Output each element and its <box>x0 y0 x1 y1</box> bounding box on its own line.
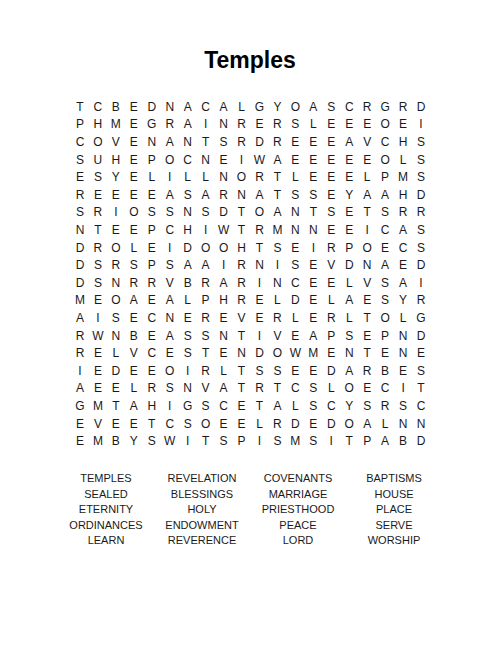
grid-cell[interactable]: H <box>233 239 251 257</box>
grid-cell[interactable]: E <box>340 221 358 239</box>
grid-cell[interactable]: R <box>376 397 394 415</box>
grid-cell[interactable]: G <box>412 309 430 327</box>
grid-cell[interactable]: E <box>304 415 322 433</box>
grid-cell[interactable]: N <box>340 344 358 362</box>
grid-cell[interactable]: E <box>358 116 376 134</box>
grid-cell[interactable]: T <box>233 362 251 380</box>
grid-cell[interactable]: A <box>125 292 143 310</box>
grid-cell[interactable]: E <box>322 151 340 169</box>
grid-cell[interactable]: E <box>143 292 161 310</box>
grid-cell[interactable]: A <box>71 380 89 398</box>
grid-cell[interactable]: L <box>179 292 197 310</box>
grid-cell[interactable]: N <box>268 274 286 292</box>
grid-cell[interactable]: V <box>197 380 215 398</box>
grid-cell[interactable]: P <box>197 292 215 310</box>
grid-cell[interactable]: H <box>215 292 233 310</box>
grid-cell[interactable]: O <box>107 239 125 257</box>
grid-cell[interactable]: A <box>394 221 412 239</box>
grid-cell[interactable]: M <box>394 168 412 186</box>
grid-cell[interactable]: E <box>143 186 161 204</box>
grid-cell[interactable]: O <box>197 415 215 433</box>
grid-cell[interactable]: S <box>376 292 394 310</box>
grid-cell[interactable]: A <box>179 116 197 134</box>
grid-cell[interactable]: N <box>394 415 412 433</box>
grid-cell[interactable]: R <box>197 274 215 292</box>
grid-cell[interactable]: V <box>358 133 376 151</box>
grid-cell[interactable]: R <box>268 133 286 151</box>
grid-cell[interactable]: P <box>376 327 394 345</box>
grid-cell[interactable]: N <box>161 98 179 116</box>
grid-cell[interactable]: L <box>286 309 304 327</box>
grid-cell[interactable]: A <box>125 397 143 415</box>
grid-cell[interactable]: E <box>125 362 143 380</box>
grid-cell[interactable]: E <box>304 133 322 151</box>
grid-cell[interactable]: E <box>143 327 161 345</box>
grid-cell[interactable]: T <box>358 309 376 327</box>
grid-cell[interactable]: B <box>179 274 197 292</box>
grid-cell[interactable]: V <box>107 133 125 151</box>
grid-cell[interactable]: E <box>251 116 269 134</box>
grid-cell[interactable]: G <box>376 98 394 116</box>
grid-cell[interactable]: N <box>358 256 376 274</box>
grid-cell[interactable]: O <box>107 292 125 310</box>
grid-cell[interactable]: D <box>286 292 304 310</box>
grid-cell[interactable]: A <box>179 98 197 116</box>
grid-cell[interactable]: D <box>286 415 304 433</box>
grid-cell[interactable]: O <box>161 151 179 169</box>
grid-cell[interactable]: P <box>358 432 376 450</box>
grid-cell[interactable]: E <box>394 362 412 380</box>
grid-cell[interactable]: W <box>89 327 107 345</box>
grid-cell[interactable]: C <box>161 221 179 239</box>
grid-cell[interactable]: E <box>304 309 322 327</box>
grid-cell[interactable]: O <box>358 239 376 257</box>
grid-cell[interactable]: C <box>197 98 215 116</box>
grid-cell[interactable]: H <box>179 221 197 239</box>
grid-cell[interactable]: I <box>233 151 251 169</box>
grid-cell[interactable]: G <box>71 397 89 415</box>
grid-cell[interactable]: S <box>179 415 197 433</box>
grid-cell[interactable]: S <box>286 116 304 134</box>
grid-cell[interactable]: E <box>89 362 107 380</box>
grid-cell[interactable]: A <box>304 327 322 345</box>
grid-cell[interactable]: E <box>322 116 340 134</box>
grid-cell[interactable]: A <box>340 133 358 151</box>
grid-cell[interactable]: A <box>71 309 89 327</box>
grid-cell[interactable]: L <box>286 168 304 186</box>
grid-cell[interactable]: R <box>412 292 430 310</box>
grid-cell[interactable]: S <box>161 380 179 398</box>
grid-cell[interactable]: S <box>143 432 161 450</box>
grid-cell[interactable]: N <box>197 151 215 169</box>
grid-cell[interactable]: M <box>304 344 322 362</box>
grid-cell[interactable]: A <box>161 186 179 204</box>
grid-cell[interactable]: S <box>125 256 143 274</box>
grid-cell[interactable]: E <box>304 168 322 186</box>
grid-cell[interactable]: E <box>322 274 340 292</box>
grid-cell[interactable]: Y <box>394 292 412 310</box>
grid-cell[interactable]: S <box>89 274 107 292</box>
grid-cell[interactable]: T <box>268 168 286 186</box>
grid-cell[interactable]: E <box>125 151 143 169</box>
grid-cell[interactable]: E <box>286 239 304 257</box>
grid-cell[interactable]: M <box>286 432 304 450</box>
grid-cell[interactable]: T <box>412 380 430 398</box>
grid-cell[interactable]: W <box>251 151 269 169</box>
grid-cell[interactable]: T <box>197 133 215 151</box>
grid-cell[interactable]: I <box>161 168 179 186</box>
grid-cell[interactable]: R <box>251 221 269 239</box>
grid-cell[interactable]: E <box>304 151 322 169</box>
grid-cell[interactable]: L <box>179 168 197 186</box>
grid-cell[interactable]: N <box>179 133 197 151</box>
grid-cell[interactable]: E <box>89 292 107 310</box>
grid-cell[interactable]: R <box>197 362 215 380</box>
grid-cell[interactable]: E <box>322 168 340 186</box>
grid-cell[interactable]: A <box>268 151 286 169</box>
grid-cell[interactable]: A <box>268 397 286 415</box>
grid-cell[interactable]: N <box>179 204 197 222</box>
grid-cell[interactable]: R <box>89 204 107 222</box>
grid-cell[interactable]: L <box>215 362 233 380</box>
grid-cell[interactable]: D <box>107 362 125 380</box>
grid-cell[interactable]: O <box>340 415 358 433</box>
grid-cell[interactable]: Y <box>107 168 125 186</box>
grid-cell[interactable]: A <box>251 186 269 204</box>
grid-cell[interactable]: C <box>161 415 179 433</box>
grid-cell[interactable]: E <box>304 292 322 310</box>
grid-cell[interactable]: V <box>322 256 340 274</box>
grid-cell[interactable]: O <box>376 116 394 134</box>
grid-cell[interactable]: S <box>179 186 197 204</box>
grid-cell[interactable]: E <box>143 239 161 257</box>
grid-cell[interactable]: O <box>268 344 286 362</box>
grid-cell[interactable]: N <box>394 344 412 362</box>
grid-cell[interactable]: T <box>233 221 251 239</box>
grid-cell[interactable]: D <box>322 415 340 433</box>
grid-cell[interactable]: T <box>233 204 251 222</box>
grid-cell[interactable]: Y <box>125 432 143 450</box>
grid-cell[interactable]: E <box>340 151 358 169</box>
grid-cell[interactable]: S <box>268 239 286 257</box>
grid-cell[interactable]: A <box>179 256 197 274</box>
grid-cell[interactable]: L <box>394 151 412 169</box>
grid-cell[interactable]: M <box>89 397 107 415</box>
grid-cell[interactable]: E <box>233 415 251 433</box>
grid-cell[interactable]: P <box>322 327 340 345</box>
grid-cell[interactable]: E <box>233 397 251 415</box>
grid-cell[interactable]: N <box>161 309 179 327</box>
grid-cell[interactable]: N <box>143 133 161 151</box>
grid-cell[interactable]: R <box>358 98 376 116</box>
grid-cell[interactable]: E <box>215 415 233 433</box>
grid-cell[interactable]: R <box>143 380 161 398</box>
grid-cell[interactable]: R <box>107 256 125 274</box>
grid-cell[interactable]: R <box>89 239 107 257</box>
grid-cell[interactable]: L <box>197 168 215 186</box>
grid-cell[interactable]: P <box>340 239 358 257</box>
grid-cell[interactable]: S <box>197 204 215 222</box>
grid-cell[interactable]: E <box>125 98 143 116</box>
grid-cell[interactable]: I <box>394 380 412 398</box>
grid-cell[interactable]: R <box>322 239 340 257</box>
grid-cell[interactable]: T <box>251 397 269 415</box>
grid-cell[interactable]: R <box>215 186 233 204</box>
grid-cell[interactable]: S <box>412 168 430 186</box>
grid-cell[interactable]: R <box>322 309 340 327</box>
grid-cell[interactable]: Y <box>340 397 358 415</box>
grid-cell[interactable]: I <box>179 432 197 450</box>
grid-cell[interactable]: E <box>89 186 107 204</box>
grid-cell[interactable]: V <box>161 274 179 292</box>
grid-cell[interactable]: G <box>251 98 269 116</box>
grid-cell[interactable]: E <box>125 168 143 186</box>
grid-cell[interactable]: R <box>197 309 215 327</box>
grid-cell[interactable]: I <box>412 116 430 134</box>
grid-cell[interactable]: C <box>376 221 394 239</box>
grid-cell[interactable]: O <box>197 239 215 257</box>
grid-cell[interactable]: V <box>125 344 143 362</box>
grid-cell[interactable]: A <box>376 432 394 450</box>
grid-cell[interactable]: E <box>286 327 304 345</box>
grid-cell[interactable]: B <box>107 432 125 450</box>
grid-cell[interactable]: D <box>412 327 430 345</box>
grid-cell[interactable]: Y <box>340 186 358 204</box>
grid-cell[interactable]: E <box>394 116 412 134</box>
grid-cell[interactable]: R <box>268 309 286 327</box>
grid-cell[interactable]: E <box>71 415 89 433</box>
grid-cell[interactable]: A <box>161 133 179 151</box>
grid-cell[interactable]: T <box>71 98 89 116</box>
grid-cell[interactable]: L <box>340 309 358 327</box>
grid-cell[interactable]: T <box>251 239 269 257</box>
grid-cell[interactable]: E <box>125 116 143 134</box>
grid-cell[interactable]: E <box>322 221 340 239</box>
grid-cell[interactable]: R <box>412 204 430 222</box>
grid-cell[interactable]: P <box>71 116 89 134</box>
grid-cell[interactable]: G <box>179 397 197 415</box>
grid-cell[interactable]: A <box>376 256 394 274</box>
grid-cell[interactable]: E <box>89 380 107 398</box>
grid-cell[interactable]: H <box>143 397 161 415</box>
grid-cell[interactable]: P <box>143 151 161 169</box>
grid-cell[interactable]: D <box>340 256 358 274</box>
grid-cell[interactable]: D <box>322 362 340 380</box>
grid-cell[interactable]: L <box>143 168 161 186</box>
grid-cell[interactable]: N <box>71 221 89 239</box>
grid-cell[interactable]: A <box>268 204 286 222</box>
grid-cell[interactable]: N <box>179 380 197 398</box>
grid-cell[interactable]: S <box>322 204 340 222</box>
grid-cell[interactable]: D <box>412 98 430 116</box>
grid-cell[interactable]: I <box>197 116 215 134</box>
grid-cell[interactable]: E <box>358 151 376 169</box>
grid-cell[interactable]: T <box>358 344 376 362</box>
grid-cell[interactable]: H <box>89 116 107 134</box>
grid-cell[interactable]: C <box>412 397 430 415</box>
grid-cell[interactable]: R <box>71 344 89 362</box>
grid-cell[interactable]: I <box>71 362 89 380</box>
grid-cell[interactable]: A <box>358 415 376 433</box>
grid-cell[interactable]: O <box>89 133 107 151</box>
grid-cell[interactable]: E <box>322 133 340 151</box>
grid-cell[interactable]: N <box>304 221 322 239</box>
grid-cell[interactable]: E <box>376 239 394 257</box>
grid-cell[interactable]: E <box>71 432 89 450</box>
grid-cell[interactable]: L <box>376 415 394 433</box>
grid-cell[interactable]: L <box>251 415 269 433</box>
grid-cell[interactable]: S <box>412 133 430 151</box>
grid-cell[interactable]: E <box>376 344 394 362</box>
grid-cell[interactable]: M <box>71 292 89 310</box>
grid-cell[interactable]: S <box>161 204 179 222</box>
grid-cell[interactable]: E <box>107 380 125 398</box>
grid-cell[interactable]: E <box>322 186 340 204</box>
grid-cell[interactable]: I <box>107 204 125 222</box>
grid-cell[interactable]: R <box>143 274 161 292</box>
grid-cell[interactable]: I <box>197 221 215 239</box>
grid-cell[interactable]: N <box>215 116 233 134</box>
grid-cell[interactable]: S <box>89 168 107 186</box>
grid-cell[interactable]: R <box>233 256 251 274</box>
grid-cell[interactable]: N <box>233 186 251 204</box>
grid-cell[interactable]: S <box>304 186 322 204</box>
grid-cell[interactable]: E <box>125 221 143 239</box>
grid-cell[interactable]: P <box>233 432 251 450</box>
grid-cell[interactable]: D <box>179 239 197 257</box>
grid-cell[interactable]: R <box>233 274 251 292</box>
grid-cell[interactable]: C <box>376 133 394 151</box>
grid-cell[interactable]: A <box>215 98 233 116</box>
grid-cell[interactable]: E <box>161 344 179 362</box>
grid-cell[interactable]: C <box>340 98 358 116</box>
grid-cell[interactable]: N <box>215 327 233 345</box>
grid-cell[interactable]: Y <box>268 98 286 116</box>
grid-cell[interactable]: I <box>251 274 269 292</box>
grid-cell[interactable]: A <box>197 256 215 274</box>
grid-cell[interactable]: A <box>161 292 179 310</box>
grid-cell[interactable]: E <box>107 221 125 239</box>
grid-cell[interactable]: V <box>233 309 251 327</box>
grid-cell[interactable]: A <box>340 362 358 380</box>
grid-cell[interactable]: E <box>89 344 107 362</box>
grid-cell[interactable]: S <box>71 204 89 222</box>
grid-cell[interactable]: S <box>322 98 340 116</box>
grid-cell[interactable]: L <box>107 344 125 362</box>
grid-cell[interactable]: V <box>268 327 286 345</box>
grid-cell[interactable]: O <box>251 204 269 222</box>
grid-cell[interactable]: R <box>251 380 269 398</box>
grid-cell[interactable]: T <box>197 432 215 450</box>
grid-cell[interactable]: O <box>215 239 233 257</box>
grid-cell[interactable]: I <box>179 362 197 380</box>
grid-cell[interactable]: E <box>286 133 304 151</box>
grid-cell[interactable]: E <box>215 344 233 362</box>
grid-cell[interactable]: I <box>268 256 286 274</box>
grid-cell[interactable]: S <box>179 327 197 345</box>
grid-cell[interactable]: W <box>286 344 304 362</box>
grid-cell[interactable]: U <box>89 151 107 169</box>
grid-cell[interactable]: A <box>215 274 233 292</box>
grid-cell[interactable]: R <box>394 98 412 116</box>
grid-cell[interactable]: C <box>286 274 304 292</box>
grid-cell[interactable]: I <box>251 327 269 345</box>
grid-cell[interactable]: S <box>215 432 233 450</box>
grid-cell[interactable]: O <box>233 168 251 186</box>
grid-cell[interactable]: D <box>412 432 430 450</box>
grid-cell[interactable]: B <box>107 98 125 116</box>
grid-cell[interactable]: N <box>233 344 251 362</box>
grid-cell[interactable]: M <box>89 432 107 450</box>
grid-cell[interactable]: E <box>107 415 125 433</box>
grid-cell[interactable]: L <box>340 274 358 292</box>
grid-cell[interactable]: S <box>251 362 269 380</box>
grid-cell[interactable]: E <box>143 362 161 380</box>
grid-cell[interactable]: L <box>394 309 412 327</box>
grid-cell[interactable]: M <box>268 221 286 239</box>
grid-cell[interactable]: C <box>89 98 107 116</box>
grid-cell[interactable]: S <box>412 151 430 169</box>
grid-cell[interactable]: E <box>286 362 304 380</box>
grid-cell[interactable]: P <box>376 168 394 186</box>
grid-cell[interactable]: N <box>107 274 125 292</box>
grid-cell[interactable]: R <box>71 186 89 204</box>
grid-cell[interactable]: S <box>376 204 394 222</box>
grid-cell[interactable]: W <box>161 432 179 450</box>
grid-cell[interactable]: R <box>268 116 286 134</box>
grid-cell[interactable]: O <box>286 98 304 116</box>
grid-cell[interactable]: L <box>125 239 143 257</box>
grid-cell[interactable]: L <box>322 292 340 310</box>
grid-cell[interactable]: L <box>358 168 376 186</box>
grid-cell[interactable]: B <box>394 432 412 450</box>
grid-cell[interactable]: C <box>376 380 394 398</box>
grid-cell[interactable]: R <box>161 116 179 134</box>
grid-cell[interactable]: T <box>197 344 215 362</box>
grid-cell[interactable]: C <box>322 397 340 415</box>
grid-cell[interactable]: D <box>251 344 269 362</box>
grid-cell[interactable]: V <box>89 415 107 433</box>
grid-cell[interactable]: M <box>107 116 125 134</box>
grid-cell[interactable]: L <box>125 380 143 398</box>
grid-cell[interactable]: R <box>233 292 251 310</box>
grid-cell[interactable]: S <box>304 432 322 450</box>
grid-cell[interactable]: N <box>107 327 125 345</box>
grid-cell[interactable]: P <box>143 221 161 239</box>
grid-cell[interactable]: B <box>125 327 143 345</box>
grid-cell[interactable]: L <box>233 98 251 116</box>
grid-cell[interactable]: I <box>412 274 430 292</box>
grid-cell[interactable]: O <box>340 380 358 398</box>
grid-cell[interactable]: P <box>143 256 161 274</box>
grid-cell[interactable]: T <box>358 204 376 222</box>
grid-cell[interactable]: T <box>143 415 161 433</box>
grid-cell[interactable]: S <box>340 327 358 345</box>
grid-cell[interactable]: G <box>143 116 161 134</box>
grid-cell[interactable]: O <box>161 362 179 380</box>
grid-cell[interactable]: D <box>215 204 233 222</box>
grid-cell[interactable]: D <box>71 274 89 292</box>
grid-cell[interactable]: T <box>268 380 286 398</box>
grid-cell[interactable]: R <box>251 168 269 186</box>
grid-cell[interactable]: T <box>107 397 125 415</box>
grid-cell[interactable]: N <box>286 221 304 239</box>
grid-cell[interactable]: R <box>233 116 251 134</box>
grid-cell[interactable]: R <box>125 274 143 292</box>
grid-cell[interactable]: T <box>340 432 358 450</box>
grid-cell[interactable]: L <box>322 380 340 398</box>
grid-cell[interactable]: E <box>125 186 143 204</box>
